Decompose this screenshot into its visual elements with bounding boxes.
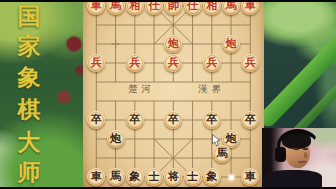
plant-stem bbox=[256, 32, 336, 130]
river-label-chu: 楚河 bbox=[128, 83, 155, 96]
streamer-nose bbox=[304, 152, 307, 158]
banner-char: 师 bbox=[15, 158, 43, 186]
piece-black-advisor[interactable]: 士 bbox=[145, 168, 163, 186]
xiangqi-board[interactable]: 楚河 漢界 車馬相仕帥仕相馬車炮炮兵兵兵兵兵卒卒卒卒卒炮炮車馬象士将士象車馬 bbox=[83, 0, 264, 189]
video-frame: 国 家 象 棋 大 师 楚河 漢界 車馬相仕帥仕相馬車炮炮兵兵兵兵兵卒卒卒卒卒炮… bbox=[0, 0, 336, 189]
banner-char: 国 bbox=[15, 2, 43, 30]
board-grid bbox=[83, 0, 264, 189]
banner-char: 大 bbox=[15, 128, 43, 156]
piece-black-elephant[interactable]: 象 bbox=[203, 168, 221, 186]
banner-char: 棋 bbox=[15, 95, 43, 123]
piece-black-elephant[interactable]: 象 bbox=[126, 168, 144, 186]
letterbox-bar bbox=[0, 0, 336, 2]
move-origin-dot bbox=[229, 175, 234, 180]
piece-black-horse[interactable]: 馬 bbox=[107, 168, 125, 186]
piece-black-cannon[interactable]: 炮 bbox=[107, 130, 125, 148]
headphones-earcup bbox=[275, 147, 286, 162]
piece-red-advisor[interactable]: 仕 bbox=[184, 0, 202, 15]
piece-red-horse[interactable]: 馬 bbox=[107, 0, 125, 15]
star-point-marker bbox=[112, 40, 120, 48]
piece-black-soldier[interactable]: 卒 bbox=[203, 111, 221, 129]
banner-char: 家 bbox=[15, 32, 43, 60]
piece-red-soldier[interactable]: 兵 bbox=[203, 54, 221, 72]
piece-black-advisor[interactable]: 士 bbox=[184, 168, 202, 186]
piece-black-horse[interactable]: 馬 bbox=[213, 145, 231, 163]
streamer-eye bbox=[303, 148, 308, 150]
piece-red-cannon[interactable]: 炮 bbox=[222, 35, 240, 53]
letterbox-bar bbox=[0, 187, 336, 189]
left-banner: 国 家 象 棋 大 师 bbox=[0, 0, 83, 189]
river-label-han: 漢界 bbox=[198, 83, 225, 96]
piece-red-soldier[interactable]: 兵 bbox=[126, 54, 144, 72]
banner-char: 象 bbox=[15, 63, 43, 91]
webcam-overlay bbox=[262, 128, 336, 189]
piece-black-soldier[interactable]: 卒 bbox=[126, 111, 144, 129]
mouse-cursor-icon bbox=[212, 134, 221, 147]
